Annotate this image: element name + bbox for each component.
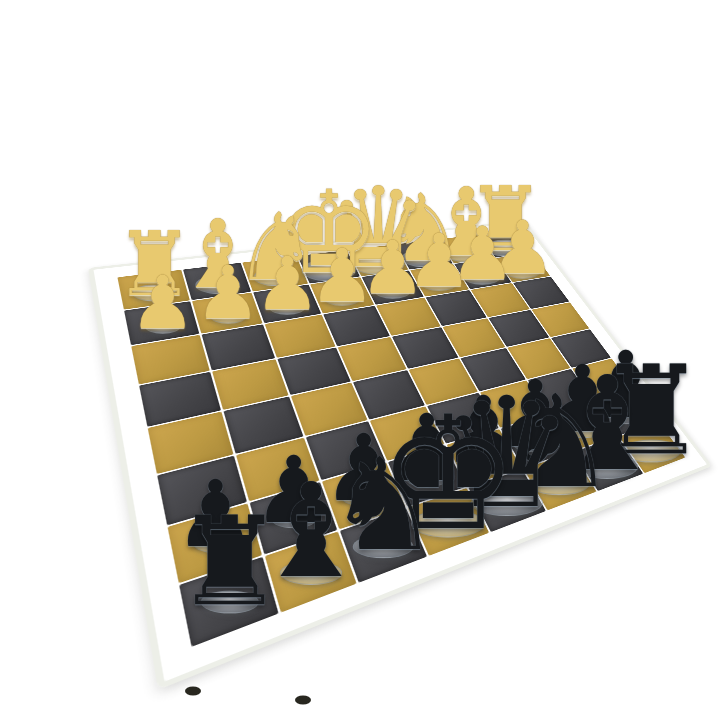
chess-set-photo: ♜♝♞♛♚♞♝♜♟♟♟♟♟♟♟♟♟♟♟♟♟♟♟♟♜♝♞♛♚♞♝♜	[0, 0, 720, 720]
board-foot	[295, 696, 311, 705]
chess-board	[88, 220, 712, 690]
board-foot	[185, 687, 201, 696]
